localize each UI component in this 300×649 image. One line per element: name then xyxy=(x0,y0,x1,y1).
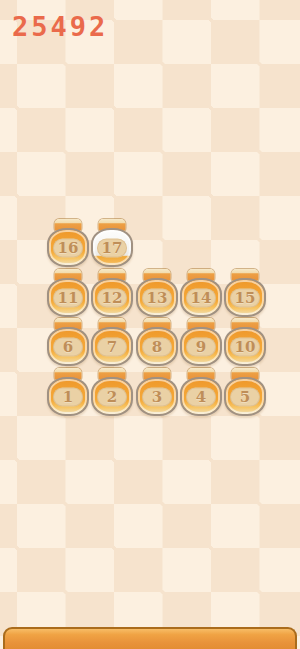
jar-number-label: 16 xyxy=(53,238,83,257)
bottom-panel[interactable] xyxy=(3,627,297,649)
jar[interactable]: 12 xyxy=(91,269,133,317)
jar-number-label: 7 xyxy=(97,337,127,356)
honey-jar-icon: 4 xyxy=(180,377,222,416)
jar-number: 1 xyxy=(63,389,73,404)
jar-number-label: 17 xyxy=(97,238,127,257)
honey-jar-icon: 17 xyxy=(91,228,133,267)
jar[interactable]: 11 xyxy=(47,269,89,317)
jar-number: 12 xyxy=(102,290,123,305)
honey-jar-icon: 16 xyxy=(47,228,89,267)
honey-jar-icon: 6 xyxy=(47,327,89,366)
honey-jar-icon: 11 xyxy=(47,278,89,317)
jar-number-label: 12 xyxy=(97,288,127,307)
jar[interactable]: 1 xyxy=(47,368,89,416)
jar-number: 6 xyxy=(63,339,73,354)
jar-number-label: 3 xyxy=(142,387,172,406)
jar-number: 16 xyxy=(58,240,79,255)
jar[interactable]: 16 xyxy=(47,219,89,267)
honey-jar-icon: 3 xyxy=(136,377,178,416)
jar-number-label: 13 xyxy=(142,288,172,307)
honey-jar-icon: 8 xyxy=(136,327,178,366)
jar[interactable]: 10 xyxy=(224,318,266,366)
jar-number-label: 14 xyxy=(186,288,216,307)
jar-number: 4 xyxy=(196,389,206,404)
jar-number: 7 xyxy=(107,339,117,354)
jar[interactable]: 8 xyxy=(136,318,178,366)
jar-number: 3 xyxy=(152,389,162,404)
honey-jar-icon: 1 xyxy=(47,377,89,416)
jar[interactable]: 9 xyxy=(180,318,222,366)
jar-number-label: 2 xyxy=(97,387,127,406)
jar-number-label: 6 xyxy=(53,337,83,356)
jar-number: 15 xyxy=(235,290,256,305)
honey-jar-icon: 5 xyxy=(224,377,266,416)
jar[interactable]: 17 xyxy=(91,219,133,267)
jar-number: 8 xyxy=(152,339,162,354)
jar[interactable]: 3 xyxy=(136,368,178,416)
jar-number-label: 1 xyxy=(53,387,83,406)
jar[interactable]: 15 xyxy=(224,269,266,317)
honey-jar-icon: 9 xyxy=(180,327,222,366)
jar-number: 5 xyxy=(240,389,250,404)
honey-jar-icon: 15 xyxy=(224,278,266,317)
jar-number-label: 9 xyxy=(186,337,216,356)
jar-number-label: 10 xyxy=(230,337,260,356)
jar[interactable]: 4 xyxy=(180,368,222,416)
jar-number: 14 xyxy=(191,290,212,305)
honey-jar-icon: 10 xyxy=(224,327,266,366)
jar-number-label: 5 xyxy=(230,387,260,406)
jar-number: 10 xyxy=(235,339,256,354)
jar-board: 16 17 11 12 13 xyxy=(0,0,300,649)
jar[interactable]: 7 xyxy=(91,318,133,366)
honey-jar-icon: 12 xyxy=(91,278,133,317)
jar[interactable]: 6 xyxy=(47,318,89,366)
honey-jar-icon: 14 xyxy=(180,278,222,317)
honey-jar-icon: 13 xyxy=(136,278,178,317)
game-screen: 25492 16 17 11 12 xyxy=(0,0,300,649)
jar[interactable]: 2 xyxy=(91,368,133,416)
jar-number-label: 15 xyxy=(230,288,260,307)
jar-number-label: 8 xyxy=(142,337,172,356)
jar-number: 13 xyxy=(147,290,168,305)
jar-number-label: 4 xyxy=(186,387,216,406)
jar-number: 2 xyxy=(107,389,117,404)
jar[interactable]: 14 xyxy=(180,269,222,317)
honey-jar-icon: 7 xyxy=(91,327,133,366)
jar-number: 11 xyxy=(58,290,79,305)
jar-number: 9 xyxy=(196,339,206,354)
jar-number: 17 xyxy=(102,240,123,255)
jar-number-label: 11 xyxy=(53,288,83,307)
jar[interactable]: 13 xyxy=(136,269,178,317)
honey-jar-icon: 2 xyxy=(91,377,133,416)
jar[interactable]: 5 xyxy=(224,368,266,416)
